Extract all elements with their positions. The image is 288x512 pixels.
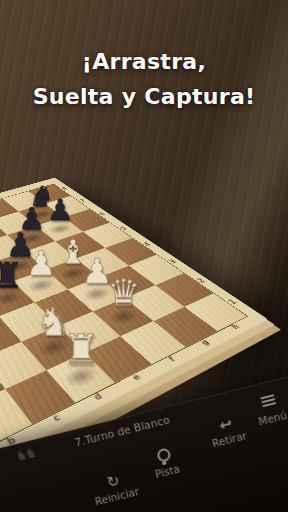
piece-white-rook[interactable]: ♜ [53, 319, 108, 376]
title-line-2: Suelta y Captura! [0, 79, 288, 114]
hint-button[interactable]: Pista [130, 439, 200, 485]
captured-pieces-tray: ♞♞ [4, 443, 46, 467]
screen: ¡Arrastra, Suelta y Captura! ♞♟♟♟♟♜♟♝♟♟♞… [0, 0, 288, 512]
menu-button[interactable]: Menú [236, 386, 288, 432]
page-title: ¡Arrastra, Suelta y Captura! [0, 44, 288, 114]
piece-black-rook[interactable]: ♜ [0, 250, 29, 298]
title-line-1: ¡Arrastra, [0, 44, 288, 79]
piece-white-queen[interactable]: ♛ [99, 266, 147, 316]
